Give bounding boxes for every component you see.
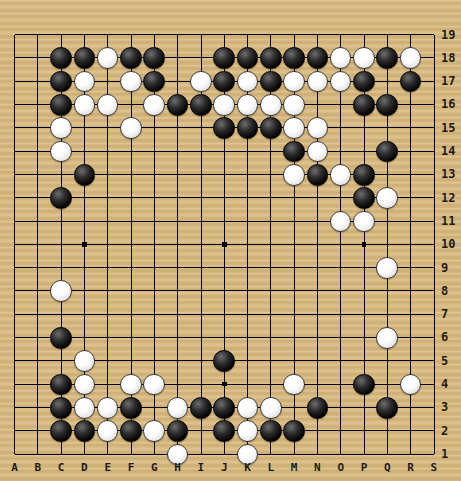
intersection-D17[interactable]: ○ bbox=[73, 70, 96, 93]
intersection-Q17[interactable] bbox=[376, 70, 399, 93]
intersection-L18[interactable]: ● bbox=[259, 47, 282, 70]
intersection-G15[interactable] bbox=[143, 117, 166, 140]
intersection-G7[interactable] bbox=[143, 303, 166, 326]
intersection-D16[interactable]: ○ bbox=[73, 93, 96, 116]
intersection-F4[interactable]: ○ bbox=[119, 373, 142, 396]
intersection-H5[interactable] bbox=[166, 350, 189, 373]
intersection-I13[interactable] bbox=[189, 163, 212, 186]
intersection-P8[interactable] bbox=[352, 280, 375, 303]
intersection-Q3[interactable]: ● bbox=[376, 396, 399, 419]
intersection-L15[interactable]: ● bbox=[259, 117, 282, 140]
intersection-A18[interactable] bbox=[3, 47, 26, 70]
intersection-H9[interactable] bbox=[166, 256, 189, 279]
intersection-Q11[interactable] bbox=[376, 210, 399, 233]
intersection-I4[interactable] bbox=[189, 373, 212, 396]
intersection-R8[interactable] bbox=[399, 280, 422, 303]
intersection-I7[interactable] bbox=[189, 303, 212, 326]
intersection-K4[interactable] bbox=[236, 373, 259, 396]
intersection-I6[interactable] bbox=[189, 326, 212, 349]
intersection-N11[interactable] bbox=[306, 210, 329, 233]
intersection-E3[interactable]: ○ bbox=[96, 396, 119, 419]
intersection-C17[interactable]: ● bbox=[49, 70, 72, 93]
intersection-L11[interactable] bbox=[259, 210, 282, 233]
intersection-B10[interactable] bbox=[26, 233, 49, 256]
intersection-L13[interactable] bbox=[259, 163, 282, 186]
intersection-N5[interactable] bbox=[306, 350, 329, 373]
intersection-P10[interactable] bbox=[352, 233, 375, 256]
intersection-C6[interactable]: ● bbox=[49, 326, 72, 349]
intersection-D14[interactable] bbox=[73, 140, 96, 163]
intersection-R19[interactable] bbox=[399, 23, 422, 46]
intersection-B7[interactable] bbox=[26, 303, 49, 326]
intersection-D11[interactable] bbox=[73, 210, 96, 233]
intersection-J14[interactable] bbox=[213, 140, 236, 163]
intersection-N4[interactable] bbox=[306, 373, 329, 396]
intersection-H19[interactable] bbox=[166, 23, 189, 46]
intersection-J19[interactable] bbox=[213, 23, 236, 46]
intersection-E4[interactable] bbox=[96, 373, 119, 396]
intersection-G12[interactable] bbox=[143, 186, 166, 209]
intersection-N12[interactable] bbox=[306, 186, 329, 209]
intersection-G2[interactable]: ○ bbox=[143, 419, 166, 442]
intersection-O7[interactable] bbox=[329, 303, 352, 326]
intersection-E11[interactable] bbox=[96, 210, 119, 233]
intersection-E13[interactable] bbox=[96, 163, 119, 186]
intersection-F9[interactable] bbox=[119, 256, 142, 279]
intersection-G19[interactable] bbox=[143, 23, 166, 46]
intersection-B14[interactable] bbox=[26, 140, 49, 163]
intersection-I14[interactable] bbox=[189, 140, 212, 163]
intersection-J11[interactable] bbox=[213, 210, 236, 233]
intersection-F7[interactable] bbox=[119, 303, 142, 326]
intersection-J12[interactable] bbox=[213, 186, 236, 209]
intersection-Q8[interactable] bbox=[376, 280, 399, 303]
intersection-C10[interactable] bbox=[49, 233, 72, 256]
intersection-G5[interactable] bbox=[143, 350, 166, 373]
intersection-G8[interactable] bbox=[143, 280, 166, 303]
intersection-F13[interactable] bbox=[119, 163, 142, 186]
intersection-J10[interactable] bbox=[213, 233, 236, 256]
intersection-N18[interactable]: ● bbox=[306, 47, 329, 70]
intersection-A15[interactable] bbox=[3, 117, 26, 140]
intersection-A5[interactable] bbox=[3, 350, 26, 373]
intersection-P18[interactable]: ○ bbox=[352, 47, 375, 70]
intersection-E6[interactable] bbox=[96, 326, 119, 349]
intersection-B4[interactable] bbox=[26, 373, 49, 396]
intersection-O8[interactable] bbox=[329, 280, 352, 303]
intersection-L8[interactable] bbox=[259, 280, 282, 303]
intersection-A10[interactable] bbox=[3, 233, 26, 256]
intersection-I2[interactable] bbox=[189, 419, 212, 442]
intersection-C16[interactable]: ● bbox=[49, 93, 72, 116]
intersection-J3[interactable]: ● bbox=[213, 396, 236, 419]
intersection-D9[interactable] bbox=[73, 256, 96, 279]
intersection-D18[interactable]: ● bbox=[73, 47, 96, 70]
intersection-A11[interactable] bbox=[3, 210, 26, 233]
intersection-R17[interactable]: ● bbox=[399, 70, 422, 93]
intersection-D13[interactable]: ● bbox=[73, 163, 96, 186]
intersection-O3[interactable] bbox=[329, 396, 352, 419]
intersection-M19[interactable] bbox=[282, 23, 305, 46]
intersection-O16[interactable] bbox=[329, 93, 352, 116]
intersection-P13[interactable]: ● bbox=[352, 163, 375, 186]
intersection-H15[interactable] bbox=[166, 117, 189, 140]
intersection-O9[interactable] bbox=[329, 256, 352, 279]
intersection-D15[interactable] bbox=[73, 117, 96, 140]
intersection-Q5[interactable] bbox=[376, 350, 399, 373]
intersection-A2[interactable] bbox=[3, 419, 26, 442]
intersection-C11[interactable] bbox=[49, 210, 72, 233]
intersection-F5[interactable] bbox=[119, 350, 142, 373]
intersection-P4[interactable]: ● bbox=[352, 373, 375, 396]
intersection-N6[interactable] bbox=[306, 326, 329, 349]
intersection-M18[interactable]: ● bbox=[282, 47, 305, 70]
intersection-O15[interactable] bbox=[329, 117, 352, 140]
intersection-P2[interactable] bbox=[352, 419, 375, 442]
intersection-M12[interactable] bbox=[282, 186, 305, 209]
intersection-G14[interactable] bbox=[143, 140, 166, 163]
intersection-Q12[interactable]: ○ bbox=[376, 186, 399, 209]
intersection-C15[interactable]: ○ bbox=[49, 117, 72, 140]
intersection-J13[interactable] bbox=[213, 163, 236, 186]
intersection-E19[interactable] bbox=[96, 23, 119, 46]
intersection-P12[interactable]: ● bbox=[352, 186, 375, 209]
intersection-D12[interactable] bbox=[73, 186, 96, 209]
intersection-R6[interactable] bbox=[399, 326, 422, 349]
intersection-C19[interactable] bbox=[49, 23, 72, 46]
intersection-C3[interactable]: ● bbox=[49, 396, 72, 419]
intersection-H7[interactable] bbox=[166, 303, 189, 326]
intersection-I10[interactable] bbox=[189, 233, 212, 256]
intersection-C4[interactable]: ● bbox=[49, 373, 72, 396]
intersection-A9[interactable] bbox=[3, 256, 26, 279]
intersection-K9[interactable] bbox=[236, 256, 259, 279]
intersection-R15[interactable] bbox=[399, 117, 422, 140]
intersection-O12[interactable] bbox=[329, 186, 352, 209]
intersection-H2[interactable]: ● bbox=[166, 419, 189, 442]
intersection-M9[interactable] bbox=[282, 256, 305, 279]
intersection-B18[interactable] bbox=[26, 47, 49, 70]
intersection-E8[interactable] bbox=[96, 280, 119, 303]
intersection-O4[interactable] bbox=[329, 373, 352, 396]
intersection-R14[interactable] bbox=[399, 140, 422, 163]
intersection-F19[interactable] bbox=[119, 23, 142, 46]
intersection-C5[interactable] bbox=[49, 350, 72, 373]
intersection-N8[interactable] bbox=[306, 280, 329, 303]
intersection-D2[interactable]: ● bbox=[73, 419, 96, 442]
intersection-J16[interactable]: ○ bbox=[213, 93, 236, 116]
intersection-M3[interactable] bbox=[282, 396, 305, 419]
intersection-P14[interactable] bbox=[352, 140, 375, 163]
intersection-K5[interactable] bbox=[236, 350, 259, 373]
intersection-K16[interactable]: ○ bbox=[236, 93, 259, 116]
intersection-R13[interactable] bbox=[399, 163, 422, 186]
intersection-G6[interactable] bbox=[143, 326, 166, 349]
intersection-L10[interactable] bbox=[259, 233, 282, 256]
intersection-J18[interactable]: ● bbox=[213, 47, 236, 70]
intersection-I5[interactable] bbox=[189, 350, 212, 373]
intersection-K2[interactable]: ○ bbox=[236, 419, 259, 442]
intersection-O2[interactable] bbox=[329, 419, 352, 442]
intersection-R5[interactable] bbox=[399, 350, 422, 373]
intersection-B15[interactable] bbox=[26, 117, 49, 140]
intersection-E2[interactable]: ○ bbox=[96, 419, 119, 442]
intersection-B8[interactable] bbox=[26, 280, 49, 303]
intersection-J17[interactable]: ● bbox=[213, 70, 236, 93]
intersection-I16[interactable]: ● bbox=[189, 93, 212, 116]
intersection-N15[interactable]: ○ bbox=[306, 117, 329, 140]
intersection-N19[interactable] bbox=[306, 23, 329, 46]
intersection-H11[interactable] bbox=[166, 210, 189, 233]
intersection-L7[interactable] bbox=[259, 303, 282, 326]
intersection-E17[interactable] bbox=[96, 70, 119, 93]
intersection-J4[interactable] bbox=[213, 373, 236, 396]
intersection-B17[interactable] bbox=[26, 70, 49, 93]
intersection-Q15[interactable] bbox=[376, 117, 399, 140]
intersection-C12[interactable]: ● bbox=[49, 186, 72, 209]
intersection-J5[interactable]: ● bbox=[213, 350, 236, 373]
intersection-A8[interactable] bbox=[3, 280, 26, 303]
intersection-J15[interactable]: ● bbox=[213, 117, 236, 140]
intersection-C13[interactable] bbox=[49, 163, 72, 186]
intersection-F11[interactable] bbox=[119, 210, 142, 233]
intersection-C14[interactable]: ○ bbox=[49, 140, 72, 163]
intersection-K19[interactable] bbox=[236, 23, 259, 46]
intersection-Q7[interactable] bbox=[376, 303, 399, 326]
intersection-M7[interactable] bbox=[282, 303, 305, 326]
intersection-L5[interactable] bbox=[259, 350, 282, 373]
intersection-K7[interactable] bbox=[236, 303, 259, 326]
intersection-H10[interactable] bbox=[166, 233, 189, 256]
intersection-B12[interactable] bbox=[26, 186, 49, 209]
intersection-L14[interactable] bbox=[259, 140, 282, 163]
intersection-B9[interactable] bbox=[26, 256, 49, 279]
intersection-D10[interactable] bbox=[73, 233, 96, 256]
intersection-O14[interactable] bbox=[329, 140, 352, 163]
intersection-F16[interactable] bbox=[119, 93, 142, 116]
intersection-L3[interactable]: ○ bbox=[259, 396, 282, 419]
intersection-M11[interactable] bbox=[282, 210, 305, 233]
intersection-M15[interactable]: ○ bbox=[282, 117, 305, 140]
intersection-L2[interactable]: ● bbox=[259, 419, 282, 442]
intersection-G3[interactable] bbox=[143, 396, 166, 419]
intersection-L19[interactable] bbox=[259, 23, 282, 46]
intersection-I18[interactable] bbox=[189, 47, 212, 70]
intersection-P16[interactable]: ● bbox=[352, 93, 375, 116]
intersection-H8[interactable] bbox=[166, 280, 189, 303]
intersection-C7[interactable] bbox=[49, 303, 72, 326]
intersection-K14[interactable] bbox=[236, 140, 259, 163]
intersection-F15[interactable]: ○ bbox=[119, 117, 142, 140]
intersection-N2[interactable] bbox=[306, 419, 329, 442]
intersection-G10[interactable] bbox=[143, 233, 166, 256]
intersection-Q9[interactable]: ○ bbox=[376, 256, 399, 279]
intersection-H4[interactable] bbox=[166, 373, 189, 396]
intersection-K17[interactable]: ○ bbox=[236, 70, 259, 93]
intersection-A16[interactable] bbox=[3, 93, 26, 116]
intersection-L16[interactable]: ○ bbox=[259, 93, 282, 116]
intersection-O17[interactable]: ○ bbox=[329, 70, 352, 93]
intersection-B11[interactable] bbox=[26, 210, 49, 233]
intersection-K3[interactable]: ○ bbox=[236, 396, 259, 419]
intersection-M14[interactable]: ● bbox=[282, 140, 305, 163]
intersection-J9[interactable] bbox=[213, 256, 236, 279]
intersection-F10[interactable] bbox=[119, 233, 142, 256]
intersection-K11[interactable] bbox=[236, 210, 259, 233]
intersection-D7[interactable] bbox=[73, 303, 96, 326]
intersection-O5[interactable] bbox=[329, 350, 352, 373]
intersection-N13[interactable]: ● bbox=[306, 163, 329, 186]
intersection-P9[interactable] bbox=[352, 256, 375, 279]
intersection-F14[interactable] bbox=[119, 140, 142, 163]
intersection-H17[interactable] bbox=[166, 70, 189, 93]
intersection-R11[interactable] bbox=[399, 210, 422, 233]
intersection-A17[interactable] bbox=[3, 70, 26, 93]
intersection-F8[interactable] bbox=[119, 280, 142, 303]
intersection-Q4[interactable] bbox=[376, 373, 399, 396]
intersection-G11[interactable] bbox=[143, 210, 166, 233]
intersection-I9[interactable] bbox=[189, 256, 212, 279]
intersection-P11[interactable]: ○ bbox=[352, 210, 375, 233]
intersection-A12[interactable] bbox=[3, 186, 26, 209]
intersection-I3[interactable]: ● bbox=[189, 396, 212, 419]
intersection-J7[interactable] bbox=[213, 303, 236, 326]
intersection-L6[interactable] bbox=[259, 326, 282, 349]
intersection-N3[interactable]: ● bbox=[306, 396, 329, 419]
intersection-L12[interactable] bbox=[259, 186, 282, 209]
intersection-A13[interactable] bbox=[3, 163, 26, 186]
intersection-P5[interactable] bbox=[352, 350, 375, 373]
intersection-H6[interactable] bbox=[166, 326, 189, 349]
intersection-E18[interactable]: ○ bbox=[96, 47, 119, 70]
intersection-P17[interactable]: ● bbox=[352, 70, 375, 93]
intersection-A4[interactable] bbox=[3, 373, 26, 396]
intersection-Q6[interactable]: ○ bbox=[376, 326, 399, 349]
intersection-J6[interactable] bbox=[213, 326, 236, 349]
intersection-M8[interactable] bbox=[282, 280, 305, 303]
intersection-O18[interactable]: ○ bbox=[329, 47, 352, 70]
intersection-B3[interactable] bbox=[26, 396, 49, 419]
intersection-Q19[interactable] bbox=[376, 23, 399, 46]
intersection-G18[interactable]: ● bbox=[143, 47, 166, 70]
intersection-N9[interactable] bbox=[306, 256, 329, 279]
intersection-C18[interactable]: ● bbox=[49, 47, 72, 70]
intersection-B5[interactable] bbox=[26, 350, 49, 373]
intersection-I19[interactable] bbox=[189, 23, 212, 46]
intersection-K6[interactable] bbox=[236, 326, 259, 349]
intersection-F18[interactable]: ● bbox=[119, 47, 142, 70]
intersection-I11[interactable] bbox=[189, 210, 212, 233]
intersection-E9[interactable] bbox=[96, 256, 119, 279]
intersection-D19[interactable] bbox=[73, 23, 96, 46]
intersection-N7[interactable] bbox=[306, 303, 329, 326]
intersection-N16[interactable] bbox=[306, 93, 329, 116]
intersection-R7[interactable] bbox=[399, 303, 422, 326]
intersection-F6[interactable] bbox=[119, 326, 142, 349]
intersection-Q13[interactable] bbox=[376, 163, 399, 186]
intersection-N17[interactable]: ○ bbox=[306, 70, 329, 93]
intersection-N10[interactable] bbox=[306, 233, 329, 256]
intersection-R3[interactable] bbox=[399, 396, 422, 419]
intersection-H13[interactable] bbox=[166, 163, 189, 186]
intersection-K15[interactable]: ● bbox=[236, 117, 259, 140]
intersection-M6[interactable] bbox=[282, 326, 305, 349]
intersection-F3[interactable]: ● bbox=[119, 396, 142, 419]
intersection-H12[interactable] bbox=[166, 186, 189, 209]
intersection-F2[interactable]: ● bbox=[119, 419, 142, 442]
intersection-M17[interactable]: ○ bbox=[282, 70, 305, 93]
intersection-O13[interactable]: ○ bbox=[329, 163, 352, 186]
intersection-L4[interactable] bbox=[259, 373, 282, 396]
intersection-L9[interactable] bbox=[259, 256, 282, 279]
intersection-K12[interactable] bbox=[236, 186, 259, 209]
intersection-Q2[interactable] bbox=[376, 419, 399, 442]
intersection-G4[interactable]: ○ bbox=[143, 373, 166, 396]
intersection-O19[interactable] bbox=[329, 23, 352, 46]
intersection-D5[interactable]: ○ bbox=[73, 350, 96, 373]
intersection-H18[interactable] bbox=[166, 47, 189, 70]
intersection-L17[interactable]: ● bbox=[259, 70, 282, 93]
intersection-K13[interactable] bbox=[236, 163, 259, 186]
intersection-G13[interactable] bbox=[143, 163, 166, 186]
intersection-K8[interactable] bbox=[236, 280, 259, 303]
intersection-D4[interactable]: ○ bbox=[73, 373, 96, 396]
intersection-M4[interactable]: ○ bbox=[282, 373, 305, 396]
intersection-C8[interactable]: ○ bbox=[49, 280, 72, 303]
intersection-R16[interactable] bbox=[399, 93, 422, 116]
intersection-K10[interactable] bbox=[236, 233, 259, 256]
intersection-R12[interactable] bbox=[399, 186, 422, 209]
intersection-J2[interactable]: ● bbox=[213, 419, 236, 442]
intersection-N14[interactable]: ○ bbox=[306, 140, 329, 163]
intersection-O6[interactable] bbox=[329, 326, 352, 349]
intersection-R10[interactable] bbox=[399, 233, 422, 256]
intersection-O11[interactable]: ○ bbox=[329, 210, 352, 233]
intersection-H14[interactable] bbox=[166, 140, 189, 163]
intersection-J8[interactable] bbox=[213, 280, 236, 303]
intersection-C2[interactable]: ● bbox=[49, 419, 72, 442]
intersection-M5[interactable] bbox=[282, 350, 305, 373]
intersection-M13[interactable]: ○ bbox=[282, 163, 305, 186]
intersection-H3[interactable]: ○ bbox=[166, 396, 189, 419]
intersection-B16[interactable] bbox=[26, 93, 49, 116]
intersection-G9[interactable] bbox=[143, 256, 166, 279]
intersection-Q10[interactable] bbox=[376, 233, 399, 256]
intersection-P15[interactable] bbox=[352, 117, 375, 140]
intersection-R9[interactable] bbox=[399, 256, 422, 279]
intersection-K18[interactable]: ● bbox=[236, 47, 259, 70]
intersection-E16[interactable]: ○ bbox=[96, 93, 119, 116]
intersection-A7[interactable] bbox=[3, 303, 26, 326]
intersection-E5[interactable] bbox=[96, 350, 119, 373]
intersection-I8[interactable] bbox=[189, 280, 212, 303]
intersection-E15[interactable] bbox=[96, 117, 119, 140]
intersection-A14[interactable] bbox=[3, 140, 26, 163]
intersection-R4[interactable]: ○ bbox=[399, 373, 422, 396]
intersection-P7[interactable] bbox=[352, 303, 375, 326]
intersection-A19[interactable] bbox=[3, 23, 26, 46]
intersection-I17[interactable]: ○ bbox=[189, 70, 212, 93]
intersection-M16[interactable]: ○ bbox=[282, 93, 305, 116]
intersection-E12[interactable] bbox=[96, 186, 119, 209]
intersection-I12[interactable] bbox=[189, 186, 212, 209]
intersection-D6[interactable] bbox=[73, 326, 96, 349]
go-board[interactable]: ●●○●●●●●●●○○●○●○○●○●○●○○○●●●○○○●●○○○○●●○… bbox=[3, 23, 446, 466]
intersection-F17[interactable]: ○ bbox=[119, 70, 142, 93]
intersection-E10[interactable] bbox=[96, 233, 119, 256]
intersection-G16[interactable]: ○ bbox=[143, 93, 166, 116]
intersection-H16[interactable]: ● bbox=[166, 93, 189, 116]
